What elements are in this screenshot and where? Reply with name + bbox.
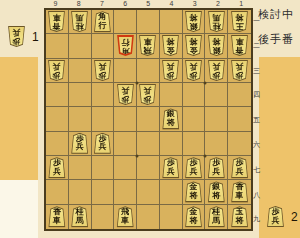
square-4二[interactable]: 金将 — [160, 34, 183, 58]
piece-kanji: 金 — [190, 46, 198, 55]
piece-kanji: 馬 — [76, 13, 84, 22]
square-6七[interactable] — [114, 156, 137, 180]
sente-piece-金将[interactable]: 金将 — [184, 206, 203, 227]
square-6一[interactable] — [114, 10, 137, 34]
piece-face: 歩兵 — [8, 27, 25, 46]
square-1一[interactable]: 王将 — [228, 10, 251, 34]
piece-kanji: 将 — [190, 37, 198, 46]
piece-kanji: 将 — [190, 192, 198, 201]
piece-kanji: 兵 — [53, 62, 61, 71]
file-label-5: 5 — [137, 0, 160, 8]
square-1六[interactable] — [228, 132, 251, 156]
shogi-app-window: 香車桂馬角行銀将桂馬王将角行飛車金将金将銀将香車歩兵歩兵歩兵歩兵歩兵歩兵歩兵歩兵… — [0, 0, 300, 238]
square-3三[interactable]: 歩兵 — [183, 59, 206, 83]
sente-hand-group: 歩兵 2 — [266, 206, 298, 227]
piece-face: 香車 — [48, 207, 65, 226]
piece-face: 桂馬 — [71, 12, 88, 31]
piece-kanji: 兵 — [236, 62, 244, 71]
piece-face: 金将 — [185, 207, 202, 226]
piece-kanji: 歩 — [190, 70, 198, 79]
gote-piece-金将[interactable]: 金将 — [184, 35, 203, 56]
piece-kanji: 兵 — [167, 62, 175, 71]
piece-face: 歩兵 — [208, 61, 225, 80]
square-9三[interactable]: 歩兵 — [46, 59, 69, 83]
gote-piece-歩兵[interactable]: 歩兵 — [207, 60, 226, 81]
piece-kanji: 行 — [98, 22, 106, 31]
piece-kanji: 金 — [167, 46, 175, 55]
rank-label-六: 六 — [253, 141, 260, 148]
piece-kanji: 馬 — [76, 217, 84, 226]
piece-kanji: 兵 — [190, 168, 198, 177]
piece-kanji: 将 — [167, 37, 175, 46]
square-4五[interactable]: 銀将 — [160, 107, 183, 131]
piece-kanji: 行 — [121, 38, 129, 47]
sente-piece-歩兵[interactable]: 歩兵 — [47, 157, 66, 178]
piece-kanji: 兵 — [53, 168, 61, 177]
piece-kanji: 桂 — [212, 22, 220, 31]
piece-kanji: 王 — [236, 22, 244, 31]
square-3九[interactable]: 金将 — [183, 205, 206, 229]
rank-label-三: 三 — [253, 67, 260, 74]
piece-face: 桂馬 — [208, 12, 225, 31]
piece-kanji: 歩 — [53, 70, 61, 79]
piece-kanji: 兵 — [190, 62, 198, 71]
piece-kanji: 香 — [236, 46, 244, 55]
hoshi-dot — [204, 154, 207, 157]
gote-piece-歩兵[interactable]: 歩兵 — [93, 60, 112, 81]
gote-piece-歩兵[interactable]: 歩兵 — [161, 60, 180, 81]
piece-kanji: 兵 — [212, 62, 220, 71]
gote-piece-王将[interactable]: 王将 — [230, 11, 249, 32]
square-9八[interactable] — [46, 180, 69, 204]
square-4一[interactable] — [160, 10, 183, 34]
piece-kanji: 歩 — [121, 95, 129, 104]
shogi-board: 香車桂馬角行銀将桂馬王将角行飛車金将金将銀将香車歩兵歩兵歩兵歩兵歩兵歩兵歩兵歩兵… — [44, 8, 253, 231]
sente-piece-銀将[interactable]: 銀将 — [161, 108, 180, 129]
sente-piece-角行[interactable]: 角行 — [93, 11, 112, 32]
gote-piece-歩兵[interactable]: 歩兵 — [230, 60, 249, 81]
sente-piece-歩兵[interactable]: 歩兵 — [70, 133, 89, 154]
hoshi-dot — [136, 81, 139, 84]
piece-face: 桂馬 — [71, 207, 88, 226]
sente-hand-pawn-count: 2 — [291, 210, 298, 224]
sente-piece-桂馬[interactable]: 桂馬 — [207, 206, 226, 227]
piece-kanji: 歩 — [212, 70, 220, 79]
square-4六[interactable] — [160, 132, 183, 156]
piece-kanji: 車 — [144, 37, 152, 46]
piece-kanji: 香 — [53, 22, 61, 31]
piece-face: 歩兵 — [48, 158, 65, 177]
sente-hand-pawn[interactable]: 歩兵 — [266, 206, 285, 227]
square-8九[interactable]: 桂馬 — [69, 205, 92, 229]
gote-captured-tray — [0, 57, 38, 180]
square-8七[interactable] — [69, 156, 92, 180]
piece-face: 歩兵 — [117, 85, 134, 104]
square-2五[interactable] — [205, 107, 228, 131]
square-5二[interactable]: 飛車 — [137, 34, 160, 58]
square-3六[interactable] — [183, 132, 206, 156]
square-8八[interactable] — [69, 180, 92, 204]
square-6八[interactable] — [114, 180, 137, 204]
sente-piece-金将[interactable]: 金将 — [184, 181, 203, 202]
piece-kanji: 飛 — [144, 46, 152, 55]
square-4四[interactable] — [160, 83, 183, 107]
piece-face: 飛車 — [139, 36, 156, 55]
square-3五[interactable] — [183, 107, 206, 131]
piece-face: 歩兵 — [208, 158, 225, 177]
rank-label-九: 九 — [253, 215, 260, 222]
piece-kanji: 歩 — [98, 70, 106, 79]
status-analyzing-label: 検討中 — [258, 7, 300, 22]
square-1八[interactable]: 香車 — [228, 180, 251, 204]
square-1五[interactable] — [228, 107, 251, 131]
square-6九[interactable]: 飛車 — [114, 205, 137, 229]
piece-kanji: 兵 — [13, 28, 21, 37]
piece-face: 王将 — [231, 12, 248, 31]
piece-face: 銀将 — [208, 36, 225, 55]
piece-face: 歩兵 — [267, 207, 284, 226]
square-3八[interactable]: 金将 — [183, 180, 206, 204]
square-9四[interactable] — [46, 83, 69, 107]
piece-face: 角行 — [118, 37, 133, 54]
piece-kanji: 車 — [121, 217, 129, 226]
piece-face: 歩兵 — [94, 61, 111, 80]
square-8四[interactable] — [69, 83, 92, 107]
sente-piece-歩兵[interactable]: 歩兵 — [161, 157, 180, 178]
file-label-7: 7 — [90, 0, 113, 8]
square-7二[interactable] — [92, 34, 115, 58]
piece-face: 銀将 — [162, 109, 179, 128]
piece-face: 香車 — [48, 12, 65, 31]
gote-piece-桂馬[interactable]: 桂馬 — [70, 11, 89, 32]
square-1四[interactable] — [228, 83, 251, 107]
turn-indicator-label: 後手番 — [258, 32, 300, 47]
gote-piece-銀将[interactable]: 銀将 — [207, 35, 226, 56]
piece-face: 歩兵 — [185, 158, 202, 177]
square-2四[interactable] — [205, 83, 228, 107]
piece-kanji: 将 — [236, 217, 244, 226]
square-5一[interactable] — [137, 10, 160, 34]
square-8五[interactable] — [69, 107, 92, 131]
square-1九[interactable]: 玉将 — [228, 205, 251, 229]
square-5七[interactable] — [137, 156, 160, 180]
gote-piece-桂馬[interactable]: 桂馬 — [207, 11, 226, 32]
sente-piece-歩兵[interactable]: 歩兵 — [207, 157, 226, 178]
piece-kanji: 車 — [236, 37, 244, 46]
file-label-6: 6 — [114, 0, 137, 8]
piece-face: 角行 — [94, 12, 111, 31]
rank-label-八: 八 — [253, 191, 260, 198]
piece-face: 歩兵 — [185, 61, 202, 80]
square-4九[interactable] — [160, 205, 183, 229]
piece-face: 歩兵 — [139, 85, 156, 104]
sente-piece-香車[interactable]: 香車 — [230, 181, 249, 202]
piece-face: 香車 — [231, 36, 248, 55]
piece-face: 歩兵 — [94, 134, 111, 153]
piece-kanji: 車 — [236, 192, 244, 201]
gote-piece-角行[interactable]: 角行 — [116, 35, 135, 56]
file-label-2: 2 — [206, 0, 229, 8]
gote-piece-歩兵[interactable]: 歩兵 — [116, 84, 135, 105]
piece-kanji: 歩 — [236, 70, 244, 79]
rank-label-五: 五 — [253, 116, 260, 123]
square-9五[interactable] — [46, 107, 69, 131]
square-1三[interactable]: 歩兵 — [228, 59, 251, 83]
piece-kanji: 兵 — [236, 168, 244, 177]
piece-kanji: 車 — [53, 13, 61, 22]
square-2三[interactable]: 歩兵 — [205, 59, 228, 83]
square-7六[interactable]: 歩兵 — [92, 132, 115, 156]
square-8三[interactable] — [69, 59, 92, 83]
piece-face: 歩兵 — [162, 61, 179, 80]
gote-hand-group: 歩兵 1 — [7, 26, 39, 47]
sente-piece-桂馬[interactable]: 桂馬 — [70, 206, 89, 227]
file-label-1: 1 — [230, 0, 253, 8]
square-7八[interactable] — [92, 180, 115, 204]
sente-piece-歩兵[interactable]: 歩兵 — [230, 157, 249, 178]
piece-face: 歩兵 — [162, 158, 179, 177]
square-2九[interactable]: 桂馬 — [205, 205, 228, 229]
gote-piece-飛車[interactable]: 飛車 — [138, 35, 157, 56]
piece-kanji: 歩 — [167, 70, 175, 79]
piece-face: 歩兵 — [231, 61, 248, 80]
square-6五[interactable] — [114, 107, 137, 131]
square-7七[interactable] — [92, 156, 115, 180]
piece-kanji: 銀 — [190, 22, 198, 31]
file-label-4: 4 — [160, 0, 183, 8]
piece-kanji: 兵 — [121, 86, 129, 95]
square-9六[interactable] — [46, 132, 69, 156]
square-2一[interactable]: 桂馬 — [205, 10, 228, 34]
square-8二[interactable] — [69, 34, 92, 58]
piece-kanji: 将 — [212, 192, 220, 201]
square-3二[interactable]: 金将 — [183, 34, 206, 58]
hoshi-dot — [204, 81, 207, 84]
square-5五[interactable] — [137, 107, 160, 131]
square-5八[interactable] — [137, 180, 160, 204]
piece-kanji: 兵 — [98, 143, 106, 152]
piece-face: 銀将 — [208, 182, 225, 201]
piece-kanji: 馬 — [212, 217, 220, 226]
square-3一[interactable]: 銀将 — [183, 10, 206, 34]
piece-kanji: 馬 — [212, 13, 220, 22]
piece-face: 玉将 — [231, 207, 248, 226]
square-2六[interactable] — [205, 132, 228, 156]
piece-kanji: 将 — [236, 13, 244, 22]
gote-piece-歩兵[interactable]: 歩兵 — [138, 84, 157, 105]
piece-kanji: 歩 — [13, 37, 21, 46]
square-5六[interactable] — [137, 132, 160, 156]
square-6三[interactable] — [114, 59, 137, 83]
square-5三[interactable] — [137, 59, 160, 83]
piece-face: 銀将 — [185, 12, 202, 31]
square-3四[interactable] — [183, 83, 206, 107]
square-2八[interactable]: 銀将 — [205, 180, 228, 204]
square-1二[interactable]: 香車 — [228, 34, 251, 58]
piece-kanji: 角 — [121, 47, 129, 56]
sente-piece-香車[interactable]: 香車 — [47, 206, 66, 227]
square-7一[interactable]: 角行 — [92, 10, 115, 34]
sente-piece-銀将[interactable]: 銀将 — [207, 181, 226, 202]
rank-label-四: 四 — [253, 91, 260, 98]
square-6四[interactable]: 歩兵 — [114, 83, 137, 107]
square-4八[interactable] — [160, 180, 183, 204]
piece-kanji: 将 — [167, 119, 175, 128]
sente-piece-玉将[interactable]: 玉将 — [230, 206, 249, 227]
piece-kanji: 兵 — [272, 217, 280, 226]
gote-piece-銀将[interactable]: 銀将 — [184, 11, 203, 32]
hoshi-dot — [136, 154, 139, 157]
gote-piece-香車[interactable]: 香車 — [230, 35, 249, 56]
square-9七[interactable]: 歩兵 — [46, 156, 69, 180]
piece-face: 香車 — [231, 182, 248, 201]
piece-kanji: 将 — [190, 13, 198, 22]
piece-kanji: 歩 — [144, 95, 152, 104]
square-8六[interactable]: 歩兵 — [69, 132, 92, 156]
square-9九[interactable]: 香車 — [46, 205, 69, 229]
gote-piece-金将[interactable]: 金将 — [161, 35, 180, 56]
side-blank-area — [0, 180, 38, 238]
square-2七[interactable]: 歩兵 — [205, 156, 228, 180]
gote-hand-pawn-count: 1 — [32, 30, 39, 44]
piece-kanji: 将 — [190, 217, 198, 226]
piece-face: 金将 — [162, 36, 179, 55]
square-9二[interactable] — [46, 34, 69, 58]
gote-hand-pawn[interactable]: 歩兵 — [7, 26, 26, 47]
gote-piece-歩兵[interactable]: 歩兵 — [184, 60, 203, 81]
square-2二[interactable]: 銀将 — [205, 34, 228, 58]
gote-piece-歩兵[interactable]: 歩兵 — [47, 60, 66, 81]
piece-kanji: 兵 — [76, 143, 84, 152]
square-9一[interactable]: 香車 — [46, 10, 69, 34]
piece-kanji: 車 — [53, 217, 61, 226]
file-label-3: 3 — [183, 0, 206, 8]
square-7五[interactable] — [92, 107, 115, 131]
file-label-8: 8 — [67, 0, 90, 8]
square-6二[interactable]: 角行 — [114, 34, 137, 58]
square-1七[interactable]: 歩兵 — [228, 156, 251, 180]
sente-piece-飛車[interactable]: 飛車 — [116, 206, 135, 227]
square-7四[interactable] — [92, 83, 115, 107]
piece-face: 桂馬 — [208, 207, 225, 226]
piece-kanji: 将 — [212, 37, 220, 46]
piece-face: 金将 — [185, 36, 202, 55]
square-4三[interactable]: 歩兵 — [160, 59, 183, 83]
piece-kanji: 兵 — [144, 86, 152, 95]
piece-kanji: 銀 — [212, 46, 220, 55]
rank-label-七: 七 — [253, 166, 260, 173]
piece-face: 歩兵 — [231, 158, 248, 177]
square-3七[interactable]: 歩兵 — [183, 156, 206, 180]
gote-piece-香車[interactable]: 香車 — [47, 11, 66, 32]
square-4七[interactable]: 歩兵 — [160, 156, 183, 180]
sente-piece-歩兵[interactable]: 歩兵 — [184, 157, 203, 178]
piece-face: 歩兵 — [71, 134, 88, 153]
gote-piece-歩兵[interactable]: 歩兵 — [7, 26, 26, 47]
file-label-9: 9 — [44, 0, 67, 8]
square-6六[interactable] — [114, 132, 137, 156]
square-5四[interactable]: 歩兵 — [137, 83, 160, 107]
piece-kanji: 兵 — [167, 168, 175, 177]
piece-face: 歩兵 — [48, 61, 65, 80]
piece-face: 飛車 — [117, 207, 134, 226]
piece-kanji: 桂 — [76, 22, 84, 31]
square-7九[interactable] — [92, 205, 115, 229]
piece-face: 金将 — [185, 182, 202, 201]
sente-piece-歩兵[interactable]: 歩兵 — [266, 206, 285, 227]
piece-kanji: 兵 — [212, 168, 220, 177]
piece-kanji: 兵 — [98, 62, 106, 71]
square-5九[interactable] — [137, 205, 160, 229]
square-7三[interactable]: 歩兵 — [92, 59, 115, 83]
square-8一[interactable]: 桂馬 — [69, 10, 92, 34]
sente-piece-歩兵[interactable]: 歩兵 — [93, 133, 112, 154]
